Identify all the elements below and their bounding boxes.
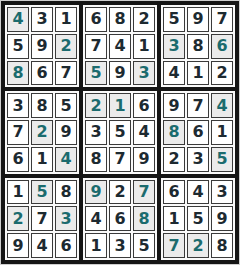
sudoku-box: 216354879 xyxy=(81,89,159,175)
sudoku-box: 974861235 xyxy=(159,89,237,175)
sudoku-cell[interactable]: 9 xyxy=(55,120,77,145)
sudoku-cell[interactable]: 5 xyxy=(55,93,77,118)
sudoku-cell[interactable]: 7 xyxy=(31,206,53,231)
sudoku-cell[interactable]: 8 xyxy=(163,120,185,145)
sudoku-cell[interactable]: 1 xyxy=(163,206,185,231)
sudoku-box: 597386412 xyxy=(159,3,237,89)
sudoku-cell[interactable]: 9 xyxy=(163,93,185,118)
sudoku-cell[interactable]: 7 xyxy=(109,147,131,172)
sudoku-cell[interactable]: 4 xyxy=(109,34,131,59)
sudoku-cell[interactable]: 6 xyxy=(31,61,53,86)
sudoku-cell[interactable]: 5 xyxy=(211,147,233,172)
sudoku-cell[interactable]: 9 xyxy=(85,180,107,205)
sudoku-cell[interactable]: 8 xyxy=(187,34,209,59)
sudoku-cell[interactable]: 6 xyxy=(133,93,155,118)
sudoku-cell[interactable]: 8 xyxy=(109,7,131,32)
sudoku-cell[interactable]: 4 xyxy=(133,120,155,145)
sudoku-cell[interactable]: 2 xyxy=(7,206,29,231)
sudoku-cell[interactable]: 9 xyxy=(7,233,29,258)
sudoku-cell[interactable]: 6 xyxy=(55,233,77,258)
sudoku-box: 927468135 xyxy=(81,176,159,262)
sudoku-cell[interactable]: 7 xyxy=(163,233,185,258)
sudoku-box: 385729614 xyxy=(3,89,81,175)
sudoku-cell[interactable]: 7 xyxy=(55,61,77,86)
sudoku-cell[interactable]: 4 xyxy=(85,206,107,231)
sudoku-cell[interactable]: 9 xyxy=(133,147,155,172)
sudoku-cell[interactable]: 1 xyxy=(211,120,233,145)
sudoku-cell[interactable]: 4 xyxy=(187,180,209,205)
sudoku-cell[interactable]: 3 xyxy=(55,206,77,231)
sudoku-cell[interactable]: 1 xyxy=(55,7,77,32)
sudoku-cell[interactable]: 4 xyxy=(211,93,233,118)
sudoku-cell[interactable]: 8 xyxy=(7,61,29,86)
sudoku-cell[interactable]: 7 xyxy=(133,180,155,205)
sudoku-cell[interactable]: 4 xyxy=(7,7,29,32)
sudoku-cell[interactable]: 1 xyxy=(109,93,131,118)
sudoku-cell[interactable]: 6 xyxy=(211,34,233,59)
sudoku-cell[interactable]: 8 xyxy=(55,180,77,205)
sudoku-cell[interactable]: 9 xyxy=(187,7,209,32)
sudoku-cell[interactable]: 6 xyxy=(85,7,107,32)
sudoku-cell[interactable]: 1 xyxy=(31,147,53,172)
sudoku-board: 4315928676827415935973864123857296142163… xyxy=(1,1,239,264)
sudoku-box: 643159728 xyxy=(159,176,237,262)
sudoku-cell[interactable]: 4 xyxy=(163,61,185,86)
sudoku-cell[interactable]: 7 xyxy=(85,34,107,59)
sudoku-cell[interactable]: 8 xyxy=(133,206,155,231)
sudoku-cell[interactable]: 7 xyxy=(187,93,209,118)
sudoku-cell[interactable]: 3 xyxy=(85,120,107,145)
sudoku-cell[interactable]: 3 xyxy=(187,147,209,172)
sudoku-cell[interactable]: 9 xyxy=(211,206,233,231)
sudoku-cell[interactable]: 9 xyxy=(109,61,131,86)
sudoku-cell[interactable]: 3 xyxy=(133,61,155,86)
sudoku-cell[interactable]: 1 xyxy=(85,233,107,258)
sudoku-cell[interactable]: 2 xyxy=(133,7,155,32)
sudoku-box: 431592867 xyxy=(3,3,81,89)
sudoku-cell[interactable]: 6 xyxy=(109,206,131,231)
sudoku-cell[interactable]: 2 xyxy=(109,180,131,205)
sudoku-cell[interactable]: 3 xyxy=(163,34,185,59)
sudoku-cell[interactable]: 5 xyxy=(7,34,29,59)
sudoku-cell[interactable]: 5 xyxy=(133,233,155,258)
sudoku-cell[interactable]: 3 xyxy=(211,180,233,205)
sudoku-cell[interactable]: 8 xyxy=(211,233,233,258)
sudoku-cell[interactable]: 8 xyxy=(85,147,107,172)
sudoku-cell[interactable]: 1 xyxy=(133,34,155,59)
sudoku-cell[interactable]: 7 xyxy=(211,7,233,32)
sudoku-cell[interactable]: 6 xyxy=(163,180,185,205)
sudoku-box: 158273946 xyxy=(3,176,81,262)
sudoku-cell[interactable]: 1 xyxy=(7,180,29,205)
sudoku-cell[interactable]: 2 xyxy=(55,34,77,59)
sudoku-cell[interactable]: 5 xyxy=(109,120,131,145)
sudoku-cell[interactable]: 6 xyxy=(7,147,29,172)
sudoku-cell[interactable]: 5 xyxy=(187,206,209,231)
sudoku-cell[interactable]: 2 xyxy=(163,147,185,172)
sudoku-cell[interactable]: 5 xyxy=(163,7,185,32)
sudoku-cell[interactable]: 5 xyxy=(31,180,53,205)
sudoku-cell[interactable]: 4 xyxy=(31,233,53,258)
sudoku-cell[interactable]: 2 xyxy=(85,93,107,118)
sudoku-cell[interactable]: 3 xyxy=(7,93,29,118)
sudoku-box: 682741593 xyxy=(81,3,159,89)
sudoku-cell[interactable]: 3 xyxy=(109,233,131,258)
sudoku-cell[interactable]: 6 xyxy=(187,120,209,145)
sudoku-cell[interactable]: 2 xyxy=(211,61,233,86)
sudoku-cell[interactable]: 2 xyxy=(187,233,209,258)
sudoku-cell[interactable]: 9 xyxy=(31,34,53,59)
sudoku-cell[interactable]: 8 xyxy=(31,93,53,118)
sudoku-cell[interactable]: 7 xyxy=(7,120,29,145)
sudoku-cell[interactable]: 5 xyxy=(85,61,107,86)
sudoku-cell[interactable]: 1 xyxy=(187,61,209,86)
sudoku-cell[interactable]: 2 xyxy=(31,120,53,145)
sudoku-cell[interactable]: 3 xyxy=(31,7,53,32)
sudoku-cell[interactable]: 4 xyxy=(55,147,77,172)
